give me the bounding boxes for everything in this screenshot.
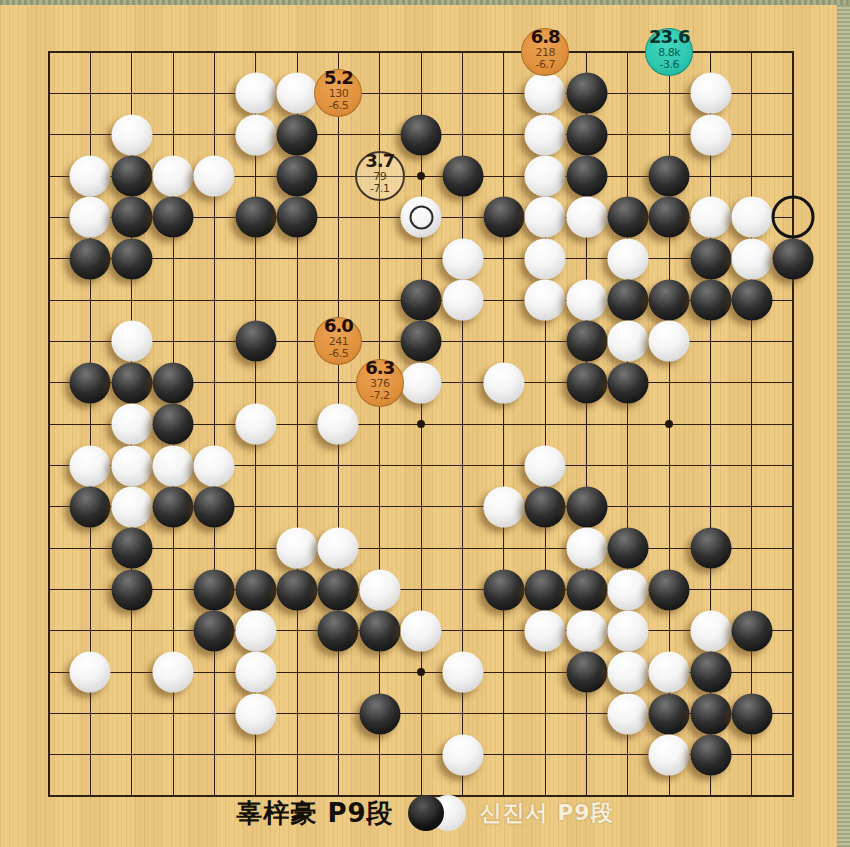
stone-black[interactable] (111, 362, 152, 403)
ai-suggestion-score: -6.5 (329, 348, 348, 359)
stone-white[interactable] (607, 321, 648, 362)
stone-black[interactable] (773, 238, 814, 279)
stone-white[interactable] (111, 114, 152, 155)
stone-black[interactable] (649, 569, 690, 610)
ai-suggestion-orange[interactable]: 6.3376-7.2 (356, 359, 404, 407)
ai-suggestion-score: -6.7 (535, 59, 554, 70)
stone-black[interactable] (235, 321, 276, 362)
stone-black[interactable] (483, 197, 524, 238)
ai-suggestion-orange[interactable]: 5.2130-6.5 (314, 69, 362, 117)
ai-suggestion-score: -7.1 (370, 183, 389, 194)
stone-black[interactable] (566, 321, 607, 362)
ai-suggestion-visits: 376 (370, 378, 390, 389)
stone-black[interactable] (153, 197, 194, 238)
stone-white[interactable] (690, 197, 731, 238)
stone-white[interactable] (525, 238, 566, 279)
stone-black[interactable] (70, 238, 111, 279)
hoshi-point (665, 420, 673, 428)
stone-black[interactable] (318, 610, 359, 651)
stone-black[interactable] (649, 280, 690, 321)
stone-white[interactable] (566, 610, 607, 651)
stone-black[interactable] (277, 569, 318, 610)
stone-white[interactable] (483, 486, 524, 527)
stone-white[interactable] (235, 114, 276, 155)
hoshi-point (417, 420, 425, 428)
stone-black[interactable] (649, 197, 690, 238)
stone-white[interactable] (690, 610, 731, 651)
stone-white[interactable] (649, 734, 690, 775)
stone-white[interactable] (525, 610, 566, 651)
ai-suggestion-ghost[interactable]: 3.779-7.1 (355, 151, 405, 201)
stone-white[interactable] (111, 486, 152, 527)
empty-point-circle-marker (772, 196, 815, 239)
stone-black[interactable] (401, 114, 442, 155)
stone-white[interactable] (566, 197, 607, 238)
white-player-name: 신진서 P9段 (480, 798, 614, 828)
ai-suggestion-value: 3.7 (365, 152, 394, 170)
stone-black[interactable] (566, 569, 607, 610)
grid-line-vertical (503, 51, 504, 797)
stone-white[interactable] (690, 114, 731, 155)
stone-black[interactable] (690, 734, 731, 775)
stone-black[interactable] (566, 156, 607, 197)
ai-suggestion-orange[interactable]: 6.8218-6.7 (521, 28, 569, 76)
stone-black[interactable] (70, 362, 111, 403)
grid-line-horizontal (48, 548, 794, 549)
ai-suggestion-value: 5.2 (324, 69, 353, 87)
stone-black[interactable] (194, 486, 235, 527)
stone-black[interactable] (194, 610, 235, 651)
stone-white[interactable] (525, 114, 566, 155)
stone-black[interactable] (607, 528, 648, 569)
stone-white[interactable] (111, 404, 152, 445)
stone-white[interactable] (731, 238, 772, 279)
stone-black[interactable] (194, 569, 235, 610)
stone-white[interactable] (194, 445, 235, 486)
stone-black[interactable] (690, 528, 731, 569)
stone-black[interactable] (111, 156, 152, 197)
ai-suggestion-orange[interactable]: 6.0241-6.5 (314, 317, 362, 365)
stone-white[interactable] (442, 280, 483, 321)
ai-suggestion-score: -7.2 (370, 390, 389, 401)
stone-black[interactable] (731, 693, 772, 734)
stone-white[interactable] (442, 652, 483, 693)
stone-black[interactable] (153, 404, 194, 445)
stone-black[interactable] (690, 693, 731, 734)
stone-white[interactable] (649, 321, 690, 362)
stone-black[interactable] (690, 238, 731, 279)
stone-black[interactable] (525, 486, 566, 527)
stone-white[interactable] (70, 156, 111, 197)
ai-suggestion-value: 23.6 (649, 28, 689, 46)
stone-black[interactable] (70, 486, 111, 527)
hoshi-point (417, 668, 425, 676)
stone-white[interactable] (153, 445, 194, 486)
stone-black[interactable] (235, 569, 276, 610)
stone-black[interactable] (566, 73, 607, 114)
stone-black[interactable] (690, 652, 731, 693)
stone-black[interactable] (525, 569, 566, 610)
stone-white[interactable] (401, 197, 442, 238)
stone-black[interactable] (111, 197, 152, 238)
stone-black[interactable] (607, 362, 648, 403)
stone-white[interactable] (111, 445, 152, 486)
stone-black[interactable] (483, 569, 524, 610)
background-mat-top (0, 0, 850, 5)
last-move-marker (409, 205, 433, 229)
ai-suggestion-score: -6.5 (329, 100, 348, 111)
ai-suggestion-visits: 8.8k (658, 47, 680, 58)
stone-black[interactable] (731, 610, 772, 651)
ai-suggestion-value: 6.8 (531, 28, 560, 46)
stone-white[interactable] (318, 404, 359, 445)
stone-white[interactable] (607, 652, 648, 693)
stone-black[interactable] (359, 693, 400, 734)
ai-suggestion-visits: 79 (373, 171, 386, 182)
stone-black[interactable] (690, 280, 731, 321)
go-review-screen: 6.8218-6.723.68.8k-3.65.2130-6.53.779-7.… (0, 0, 850, 847)
black-white-stones-icon (408, 795, 466, 831)
stone-white[interactable] (235, 610, 276, 651)
stone-black[interactable] (731, 280, 772, 321)
grid-line-vertical (792, 51, 794, 797)
stone-black[interactable] (153, 362, 194, 403)
stone-white[interactable] (525, 445, 566, 486)
stone-black[interactable] (607, 280, 648, 321)
stone-black[interactable] (649, 693, 690, 734)
ai-suggestion-teal[interactable]: 23.68.8k-3.6 (645, 28, 693, 76)
stone-white[interactable] (153, 156, 194, 197)
stone-white[interactable] (235, 404, 276, 445)
ai-suggestion-score: -3.6 (660, 59, 679, 70)
stone-white[interactable] (607, 238, 648, 279)
stone-white[interactable] (194, 156, 235, 197)
stone-black[interactable] (566, 362, 607, 403)
stone-white[interactable] (607, 610, 648, 651)
grid-line-vertical (751, 51, 752, 797)
stone-white[interactable] (442, 734, 483, 775)
stone-white[interactable] (525, 156, 566, 197)
stone-white[interactable] (359, 569, 400, 610)
stone-white[interactable] (566, 528, 607, 569)
stone-black[interactable] (442, 156, 483, 197)
stone-white[interactable] (70, 445, 111, 486)
ai-suggestion-value: 6.0 (324, 317, 353, 335)
black-player-name: 辜梓豪 P9段 (236, 796, 393, 831)
stone-white[interactable] (607, 569, 648, 610)
players-caption: 辜梓豪 P9段 신진서 P9段 (0, 792, 850, 834)
ai-suggestion-visits: 241 (329, 336, 349, 347)
stone-white[interactable] (235, 652, 276, 693)
hoshi-point (417, 172, 425, 180)
stone-white[interactable] (525, 197, 566, 238)
stone-white[interactable] (318, 528, 359, 569)
stone-black[interactable] (566, 652, 607, 693)
stone-white[interactable] (277, 73, 318, 114)
stone-black[interactable] (277, 114, 318, 155)
stone-white[interactable] (607, 693, 648, 734)
stone-black[interactable] (607, 197, 648, 238)
ai-suggestion-visits: 218 (535, 47, 555, 58)
stone-white[interactable] (690, 73, 731, 114)
stone-white[interactable] (70, 652, 111, 693)
background-mat-right (837, 5, 850, 847)
stone-white[interactable] (731, 197, 772, 238)
stone-white[interactable] (235, 73, 276, 114)
stone-black[interactable] (566, 114, 607, 155)
stone-white[interactable] (401, 362, 442, 403)
stone-white[interactable] (649, 652, 690, 693)
stone-black[interactable] (359, 610, 400, 651)
stone-black[interactable] (566, 486, 607, 527)
stone-white[interactable] (525, 73, 566, 114)
stone-black[interactable] (277, 197, 318, 238)
ai-suggestion-visits: 130 (329, 88, 349, 99)
stone-black[interactable] (111, 528, 152, 569)
stone-white[interactable] (277, 528, 318, 569)
stone-black[interactable] (153, 486, 194, 527)
stone-white[interactable] (111, 321, 152, 362)
stone-white[interactable] (483, 362, 524, 403)
stone-black[interactable] (649, 156, 690, 197)
stone-black[interactable] (111, 569, 152, 610)
stone-black[interactable] (277, 156, 318, 197)
stone-black[interactable] (318, 569, 359, 610)
stone-black[interactable] (111, 238, 152, 279)
stone-white[interactable] (525, 280, 566, 321)
stone-white[interactable] (442, 238, 483, 279)
stone-white[interactable] (401, 610, 442, 651)
ai-suggestion-value: 6.3 (365, 359, 394, 377)
stone-white[interactable] (235, 693, 276, 734)
black-stone-icon (408, 795, 444, 831)
stone-white[interactable] (566, 280, 607, 321)
stone-white[interactable] (70, 197, 111, 238)
stone-black[interactable] (401, 321, 442, 362)
stone-black[interactable] (401, 280, 442, 321)
stone-black[interactable] (235, 197, 276, 238)
stone-white[interactable] (153, 652, 194, 693)
